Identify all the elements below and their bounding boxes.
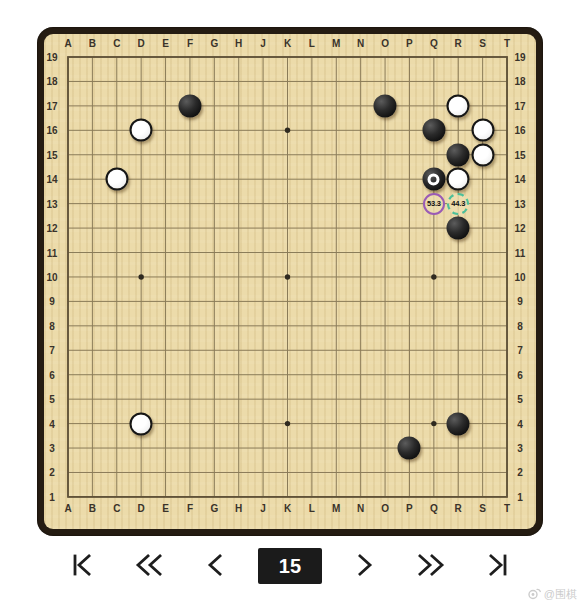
- row-label-left: 14: [46, 174, 57, 185]
- row-label-right: 16: [514, 125, 525, 136]
- row-label-left: 4: [49, 418, 55, 429]
- black-stone-R15: [447, 143, 470, 166]
- col-label-top: N: [357, 38, 364, 49]
- col-label-top: E: [162, 38, 169, 49]
- col-label-bottom: J: [260, 503, 266, 514]
- last-move-button[interactable]: [474, 546, 522, 586]
- col-label-top: P: [406, 38, 413, 49]
- first-move-button[interactable]: [58, 546, 106, 586]
- col-label-bottom: P: [406, 503, 413, 514]
- suggestion-Q13[interactable]: 53.3: [423, 193, 445, 215]
- watermark-text: @围棋: [544, 587, 577, 602]
- col-label-top: G: [210, 38, 218, 49]
- row-label-right: 18: [514, 76, 525, 87]
- col-label-bottom: F: [187, 503, 193, 514]
- row-label-right: 5: [517, 394, 523, 405]
- suggestion-winrate: 53.3: [427, 199, 441, 208]
- black-stone-F17: [178, 94, 201, 117]
- suggestion-R13[interactable]: 44.3: [447, 193, 469, 215]
- white-stone-R14: [447, 168, 470, 191]
- row-label-left: 3: [49, 443, 55, 454]
- col-label-top: M: [332, 38, 340, 49]
- row-label-right: 1: [517, 491, 523, 502]
- row-label-left: 6: [49, 369, 55, 380]
- white-stone-C14: [105, 168, 128, 191]
- col-label-bottom: K: [284, 503, 291, 514]
- white-stone-S16: [471, 119, 494, 142]
- row-label-left: 7: [49, 345, 55, 356]
- col-label-bottom: M: [332, 503, 340, 514]
- col-label-top: F: [187, 38, 193, 49]
- go-review-screen: 15 @围棋 AABBCCDDEEFFGGHHJJKKLLMMNNOO: [0, 0, 580, 605]
- row-label-right: 9: [517, 296, 523, 307]
- col-label-top: C: [113, 38, 120, 49]
- row-label-right: 4: [517, 418, 523, 429]
- col-label-top: A: [64, 38, 71, 49]
- bar-chevron-left-icon: [69, 553, 95, 580]
- row-label-right: 12: [514, 223, 525, 234]
- col-label-bottom: R: [455, 503, 462, 514]
- row-label-right: 8: [517, 320, 523, 331]
- double-chevron-left-icon: [134, 553, 164, 580]
- black-stone-Q16: [422, 119, 445, 142]
- col-label-bottom: D: [138, 503, 145, 514]
- col-label-top: S: [479, 38, 486, 49]
- col-label-bottom: N: [357, 503, 364, 514]
- row-label-left: 5: [49, 394, 55, 405]
- weibo-logo-icon: [527, 586, 542, 602]
- move-navigation-bar: 15: [58, 546, 522, 586]
- col-label-top: H: [235, 38, 242, 49]
- previous-move-button[interactable]: [191, 546, 239, 586]
- row-label-left: 12: [46, 223, 57, 234]
- col-label-bottom: C: [113, 503, 120, 514]
- chevron-right-bar-icon: [485, 553, 511, 580]
- col-label-bottom: L: [309, 503, 315, 514]
- row-label-left: 2: [49, 467, 55, 478]
- col-label-bottom: H: [235, 503, 242, 514]
- col-label-top: R: [455, 38, 462, 49]
- last-move-marker: [428, 173, 440, 185]
- row-label-left: 18: [46, 76, 57, 87]
- row-label-right: 19: [514, 52, 525, 63]
- black-stone-Q14: [422, 168, 445, 191]
- row-label-left: 15: [46, 149, 57, 160]
- row-label-right: 11: [515, 247, 526, 258]
- col-label-top: J: [260, 38, 266, 49]
- col-label-top: Q: [430, 38, 438, 49]
- double-chevron-right-icon: [416, 553, 446, 580]
- row-label-right: 15: [514, 149, 525, 160]
- row-label-left: 9: [49, 296, 55, 307]
- col-label-bottom: S: [479, 503, 486, 514]
- chevron-left-icon: [202, 553, 228, 580]
- back-fast-button[interactable]: [125, 546, 173, 586]
- col-label-top: O: [381, 38, 389, 49]
- row-label-right: 10: [514, 271, 525, 282]
- black-stone-R4: [447, 412, 470, 435]
- row-label-left: 8: [49, 320, 55, 331]
- col-label-bottom: A: [64, 503, 71, 514]
- suggestion-winrate: 44.3: [451, 199, 465, 208]
- col-label-top: T: [504, 38, 510, 49]
- white-stone-D16: [130, 119, 153, 142]
- row-label-right: 14: [514, 174, 525, 185]
- black-stone-P3: [398, 437, 421, 460]
- col-label-top: K: [284, 38, 291, 49]
- row-label-right: 7: [517, 345, 523, 356]
- col-label-bottom: T: [504, 503, 510, 514]
- row-label-left: 16: [46, 125, 57, 136]
- row-label-left: 13: [46, 198, 57, 209]
- row-label-right: 2: [517, 467, 523, 478]
- next-move-button[interactable]: [341, 546, 389, 586]
- col-label-bottom: B: [89, 503, 96, 514]
- col-label-bottom: O: [381, 503, 389, 514]
- col-label-bottom: G: [210, 503, 218, 514]
- col-label-top: D: [138, 38, 145, 49]
- white-stone-D4: [130, 412, 153, 435]
- black-stone-O17: [374, 94, 397, 117]
- row-label-left: 10: [46, 271, 57, 282]
- watermark: @围棋: [527, 586, 577, 602]
- forward-fast-button[interactable]: [407, 546, 455, 586]
- chevron-right-icon: [352, 553, 378, 580]
- col-label-bottom: Q: [430, 503, 438, 514]
- row-label-left: 17: [46, 100, 57, 111]
- col-label-bottom: E: [162, 503, 169, 514]
- row-label-left: 1: [49, 491, 55, 502]
- black-stone-R12: [447, 217, 470, 240]
- row-label-right: 3: [517, 443, 523, 454]
- row-label-right: 13: [514, 198, 525, 209]
- col-label-top: B: [89, 38, 96, 49]
- row-label-right: 6: [517, 369, 523, 380]
- row-label-left: 11: [47, 247, 58, 258]
- move-number-display[interactable]: 15: [258, 548, 322, 584]
- row-label-left: 19: [46, 52, 57, 63]
- col-label-top: L: [309, 38, 315, 49]
- row-label-right: 17: [514, 100, 525, 111]
- white-stone-S15: [471, 143, 494, 166]
- white-stone-R17: [447, 94, 470, 117]
